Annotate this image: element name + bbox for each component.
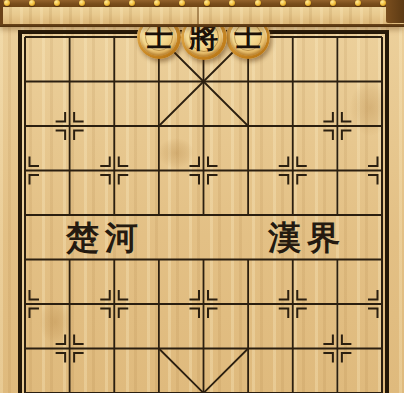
stud-icon (29, 0, 35, 6)
stud-icon (79, 0, 85, 6)
stud-icon (179, 0, 185, 6)
piece-glyph: 士 (145, 23, 173, 51)
stud-icon (305, 0, 311, 6)
stud-icon (330, 0, 336, 6)
stud-icon (355, 0, 361, 6)
plank-seam (197, 7, 199, 24)
plank-left-cap (0, 0, 3, 24)
stud-icon (129, 0, 135, 6)
plank-right-cap (386, 0, 404, 23)
plank-bottom-edge (0, 24, 404, 27)
top-plank (0, 0, 404, 27)
stud-icon (54, 0, 60, 6)
stud-bar (0, 0, 404, 7)
pieces-grid: 士將士 (3, 15, 404, 393)
stud-icon (154, 0, 160, 6)
stud-icon (280, 0, 286, 6)
stud-icon (4, 0, 10, 6)
piece-glyph: 士 (234, 23, 262, 51)
stud-icon (255, 0, 261, 6)
stud-icon (204, 0, 210, 6)
xiangqi-app: 楚河 漢界 士將士 (0, 0, 404, 393)
stud-icon (229, 0, 235, 6)
stud-icon (104, 0, 110, 6)
